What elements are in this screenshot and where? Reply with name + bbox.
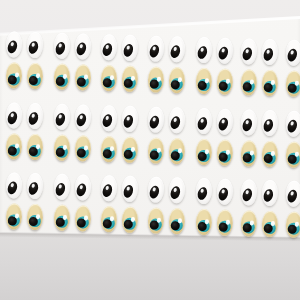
gold-teal-eye bbox=[101, 65, 118, 91]
gold-teal-eye bbox=[217, 68, 234, 94]
eye-highlight-icon bbox=[205, 149, 209, 154]
eye-highlight-icon bbox=[84, 74, 88, 79]
teal-iris bbox=[102, 147, 114, 160]
eye-highlight-icon bbox=[157, 148, 161, 153]
eye-highlight-icon bbox=[58, 43, 62, 48]
eye-highlight-icon bbox=[79, 184, 83, 189]
eye-highlight-icon bbox=[105, 44, 109, 49]
eye-highlight-icon bbox=[226, 220, 230, 225]
gold-teal-eye bbox=[241, 140, 258, 166]
teal-iris bbox=[242, 221, 254, 234]
pupil bbox=[217, 117, 230, 132]
eye-highlight-icon bbox=[10, 41, 14, 46]
eye-grid bbox=[0, 0, 300, 300]
gold-teal-eye bbox=[148, 137, 165, 163]
gold-teal-eye bbox=[169, 138, 186, 164]
eye-highlight-icon bbox=[36, 214, 40, 219]
pupil bbox=[169, 185, 182, 200]
teal-iris bbox=[123, 147, 135, 160]
eye-highlight-icon bbox=[221, 118, 225, 123]
pupil bbox=[148, 184, 161, 199]
teal-iris bbox=[263, 80, 275, 93]
gold-teal-eye bbox=[196, 209, 213, 235]
gold-teal-eye bbox=[6, 133, 23, 159]
eye-highlight-icon bbox=[173, 117, 177, 122]
eye-highlight-icon bbox=[266, 120, 270, 125]
eye-highlight-icon bbox=[31, 113, 35, 118]
eye-highlight-icon bbox=[58, 184, 62, 189]
teal-iris bbox=[123, 76, 135, 89]
eye-highlight-icon bbox=[63, 145, 67, 150]
eye-highlight-icon bbox=[266, 190, 270, 195]
pupil bbox=[286, 189, 299, 204]
eye-highlight-icon bbox=[295, 81, 299, 86]
pupil bbox=[241, 46, 254, 61]
eye-highlight-icon bbox=[84, 215, 88, 220]
white-black-eye bbox=[122, 106, 139, 132]
eye-row bbox=[0, 203, 300, 238]
eye-highlight-icon bbox=[84, 145, 88, 150]
teal-iris bbox=[76, 146, 88, 159]
white-black-eye bbox=[196, 178, 213, 204]
teal-iris bbox=[287, 222, 299, 235]
eye-highlight-icon bbox=[152, 45, 156, 50]
eye-highlight-icon bbox=[10, 182, 14, 187]
white-black-eye bbox=[148, 106, 165, 132]
pupil bbox=[169, 44, 182, 59]
teal-iris bbox=[218, 220, 230, 233]
gold-teal-eye bbox=[6, 62, 23, 88]
eye-highlight-icon bbox=[271, 151, 275, 156]
eye-row bbox=[0, 31, 300, 66]
eye-highlight-icon bbox=[131, 147, 135, 152]
eye-highlight-icon bbox=[126, 186, 130, 191]
eye-highlight-icon bbox=[152, 186, 156, 191]
white-black-eye bbox=[54, 33, 71, 59]
gold-teal-eye bbox=[196, 68, 213, 94]
white-black-eye bbox=[261, 39, 278, 65]
pupil bbox=[262, 47, 275, 62]
gold-teal-eye bbox=[285, 70, 300, 96]
gold-teal-eye bbox=[54, 64, 71, 90]
teal-iris bbox=[28, 144, 40, 157]
teal-iris bbox=[263, 221, 275, 234]
pupil bbox=[75, 41, 88, 56]
white-black-eye bbox=[54, 174, 71, 200]
eye-highlight-icon bbox=[245, 119, 249, 124]
white-black-eye bbox=[122, 35, 139, 61]
white-black-eye bbox=[75, 33, 92, 59]
teal-iris bbox=[149, 148, 161, 161]
eye-highlight-icon bbox=[15, 143, 19, 148]
eye-highlight-icon bbox=[79, 114, 83, 119]
photo-craft-eye-sheet bbox=[0, 0, 300, 300]
eye-highlight-icon bbox=[250, 220, 254, 225]
gold-teal-eye bbox=[101, 206, 118, 232]
teal-iris bbox=[170, 219, 182, 232]
pupil bbox=[27, 111, 40, 126]
gold-teal-eye bbox=[122, 207, 139, 233]
eye-highlight-icon bbox=[178, 218, 182, 223]
teal-iris bbox=[197, 78, 209, 91]
white-black-eye bbox=[241, 109, 258, 135]
gold-teal-eye bbox=[27, 134, 44, 160]
pupil bbox=[217, 46, 230, 61]
white-black-eye bbox=[148, 176, 165, 202]
white-black-eye bbox=[6, 172, 23, 198]
white-black-eye bbox=[217, 178, 234, 204]
pupil bbox=[169, 115, 182, 130]
teal-iris bbox=[197, 219, 209, 232]
eye-highlight-icon bbox=[126, 45, 130, 50]
eye-highlight-icon bbox=[105, 185, 109, 190]
pupil bbox=[196, 45, 209, 60]
gold-teal-eye bbox=[285, 141, 300, 167]
eye-highlight-icon bbox=[152, 116, 156, 121]
gold-teal-eye bbox=[241, 210, 258, 236]
gold-teal-eye bbox=[148, 66, 165, 92]
white-black-eye bbox=[285, 39, 300, 65]
white-black-eye bbox=[196, 37, 213, 63]
white-black-eye bbox=[122, 176, 139, 202]
pupil bbox=[148, 114, 161, 129]
teal-iris bbox=[7, 144, 19, 157]
white-black-eye bbox=[169, 107, 186, 133]
white-black-eye bbox=[217, 37, 234, 63]
eye-highlight-icon bbox=[226, 150, 230, 155]
eye-highlight-icon bbox=[131, 217, 135, 222]
eye-highlight-icon bbox=[63, 215, 67, 220]
white-black-eye bbox=[27, 173, 44, 199]
white-black-eye bbox=[101, 34, 118, 60]
gold-teal-eye bbox=[217, 209, 234, 235]
pupil bbox=[286, 48, 299, 63]
pupil bbox=[262, 118, 275, 133]
pupil bbox=[286, 119, 299, 134]
eye-row bbox=[0, 172, 300, 207]
pupil bbox=[122, 43, 135, 58]
gold-teal-eye bbox=[54, 135, 71, 161]
eye-highlight-icon bbox=[178, 77, 182, 82]
gold-teal-eye bbox=[169, 208, 186, 234]
eye-highlight-icon bbox=[250, 79, 254, 84]
eye-highlight-icon bbox=[131, 76, 135, 81]
gold-teal-eye bbox=[75, 64, 92, 90]
eye-highlight-icon bbox=[36, 73, 40, 78]
teal-iris bbox=[149, 218, 161, 231]
eye-highlight-icon bbox=[200, 188, 204, 193]
pupil bbox=[241, 117, 254, 132]
white-black-eye bbox=[148, 35, 165, 61]
gold-teal-eye bbox=[148, 207, 165, 233]
pupil bbox=[6, 180, 19, 195]
gold-teal-eye bbox=[27, 63, 44, 89]
pupil bbox=[27, 181, 40, 196]
gold-teal-eye bbox=[75, 205, 92, 231]
eye-row bbox=[0, 133, 300, 168]
eye-highlight-icon bbox=[200, 118, 204, 123]
gold-teal-eye bbox=[6, 203, 23, 229]
white-black-eye bbox=[285, 180, 300, 206]
gold-teal-eye bbox=[169, 67, 186, 93]
white-black-eye bbox=[27, 32, 44, 58]
white-black-eye bbox=[241, 38, 258, 64]
eye-highlight-icon bbox=[58, 114, 62, 119]
teal-iris bbox=[123, 217, 135, 230]
eye-highlight-icon bbox=[10, 112, 14, 117]
white-black-eye bbox=[285, 110, 300, 136]
teal-iris bbox=[218, 79, 230, 92]
eye-highlight-icon bbox=[250, 150, 254, 155]
gold-teal-eye bbox=[285, 211, 300, 237]
eye-highlight-icon bbox=[290, 120, 294, 125]
teal-iris bbox=[55, 145, 67, 158]
teal-iris bbox=[55, 74, 67, 87]
eye-highlight-icon bbox=[245, 48, 249, 53]
eye-highlight-icon bbox=[245, 189, 249, 194]
pupil bbox=[196, 186, 209, 201]
eye-row bbox=[0, 62, 300, 97]
white-black-eye bbox=[6, 102, 23, 128]
eye-highlight-icon bbox=[157, 77, 161, 82]
eye-highlight-icon bbox=[205, 219, 209, 224]
pupil bbox=[122, 184, 135, 199]
eye-highlight-icon bbox=[31, 42, 35, 47]
gold-teal-eye bbox=[27, 204, 44, 230]
teal-iris bbox=[7, 73, 19, 86]
white-black-eye bbox=[196, 108, 213, 134]
teal-iris bbox=[197, 149, 209, 162]
gold-teal-eye bbox=[196, 139, 213, 165]
teal-iris bbox=[76, 216, 88, 229]
eye-highlight-icon bbox=[271, 221, 275, 226]
teal-iris bbox=[287, 81, 299, 94]
pupil bbox=[101, 42, 114, 57]
pupil bbox=[54, 112, 67, 127]
pupil bbox=[122, 114, 135, 129]
gold-teal-eye bbox=[54, 205, 71, 231]
pupil bbox=[241, 187, 254, 202]
pupil bbox=[148, 43, 161, 58]
gold-teal-eye bbox=[241, 69, 258, 95]
eye-highlight-icon bbox=[15, 72, 19, 77]
white-black-eye bbox=[101, 105, 118, 131]
pupil bbox=[262, 188, 275, 203]
gold-teal-eye bbox=[122, 66, 139, 92]
pupil bbox=[6, 110, 19, 125]
pupil bbox=[75, 182, 88, 197]
gold-teal-eye bbox=[261, 141, 278, 167]
teal-iris bbox=[7, 214, 19, 227]
eye-highlight-icon bbox=[173, 46, 177, 51]
gold-teal-eye bbox=[261, 211, 278, 237]
eye-highlight-icon bbox=[105, 115, 109, 120]
eye-highlight-icon bbox=[205, 78, 209, 83]
eye-highlight-icon bbox=[266, 49, 270, 54]
pupil bbox=[54, 41, 67, 56]
white-black-eye bbox=[54, 104, 71, 130]
eye-highlight-icon bbox=[226, 79, 230, 84]
white-black-eye bbox=[75, 174, 92, 200]
eye-highlight-icon bbox=[295, 152, 299, 157]
eye-highlight-icon bbox=[15, 213, 19, 218]
pupil bbox=[217, 187, 230, 202]
teal-iris bbox=[102, 76, 114, 89]
teal-iris bbox=[76, 75, 88, 88]
teal-iris bbox=[28, 73, 40, 86]
white-black-eye bbox=[241, 179, 258, 205]
gold-teal-eye bbox=[122, 137, 139, 163]
teal-iris bbox=[263, 151, 275, 164]
gold-teal-eye bbox=[261, 70, 278, 96]
teal-iris bbox=[218, 150, 230, 163]
eye-highlight-icon bbox=[290, 49, 294, 54]
pupil bbox=[75, 112, 88, 127]
eye-highlight-icon bbox=[63, 74, 67, 79]
eye-highlight-icon bbox=[290, 190, 294, 195]
teal-iris bbox=[170, 78, 182, 91]
eye-highlight-icon bbox=[110, 216, 114, 221]
eye-highlight-icon bbox=[173, 187, 177, 192]
pupil bbox=[101, 113, 114, 128]
eye-row bbox=[0, 102, 300, 137]
pupil bbox=[6, 39, 19, 54]
eye-highlight-icon bbox=[178, 148, 182, 153]
white-black-eye bbox=[217, 108, 234, 134]
white-black-eye bbox=[169, 36, 186, 62]
teal-iris bbox=[28, 214, 40, 227]
pupil bbox=[27, 40, 40, 55]
eye-highlight-icon bbox=[271, 80, 275, 85]
white-black-eye bbox=[6, 31, 23, 57]
eye-highlight-icon bbox=[200, 47, 204, 52]
white-black-eye bbox=[75, 104, 92, 130]
gold-teal-eye bbox=[217, 139, 234, 165]
teal-iris bbox=[242, 80, 254, 93]
gold-teal-eye bbox=[75, 135, 92, 161]
teal-iris bbox=[287, 152, 299, 165]
white-black-eye bbox=[169, 177, 186, 203]
eye-highlight-icon bbox=[221, 47, 225, 52]
teal-iris bbox=[55, 215, 67, 228]
pupil bbox=[101, 183, 114, 198]
teal-iris bbox=[242, 151, 254, 164]
teal-iris bbox=[170, 149, 182, 162]
eye-highlight-icon bbox=[110, 146, 114, 151]
eye-highlight-icon bbox=[79, 43, 83, 48]
pupil bbox=[54, 182, 67, 197]
teal-iris bbox=[149, 77, 161, 90]
white-black-eye bbox=[261, 180, 278, 206]
white-black-eye bbox=[101, 175, 118, 201]
eye-highlight-icon bbox=[126, 116, 130, 121]
white-black-eye bbox=[27, 103, 44, 129]
pupil bbox=[196, 116, 209, 131]
white-black-eye bbox=[261, 110, 278, 136]
eye-highlight-icon bbox=[31, 183, 35, 188]
eye-highlight-icon bbox=[295, 222, 299, 227]
teal-iris bbox=[102, 217, 114, 230]
eye-highlight-icon bbox=[110, 75, 114, 80]
gold-teal-eye bbox=[101, 136, 118, 162]
eye-highlight-icon bbox=[157, 218, 161, 223]
eye-highlight-icon bbox=[221, 188, 225, 193]
eye-highlight-icon bbox=[36, 144, 40, 149]
